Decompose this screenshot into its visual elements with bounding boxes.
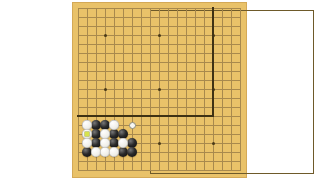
grid-line-horizontal — [78, 26, 241, 27]
grid-line-horizontal — [78, 161, 241, 162]
grid-line-horizontal — [78, 44, 241, 45]
grid-line-horizontal — [78, 17, 241, 18]
star-point — [158, 88, 161, 91]
grid-line-horizontal — [78, 107, 241, 108]
star-point — [212, 142, 215, 145]
grid-line-vertical — [240, 8, 241, 171]
circle-point-marker — [129, 122, 136, 129]
last-move-square-marker — [85, 132, 89, 136]
grid-line-vertical — [141, 8, 142, 171]
grid-line-vertical — [177, 8, 178, 171]
grid-line-vertical — [222, 8, 223, 171]
grid-line-vertical — [150, 8, 151, 171]
problem-region-boundary-vertical — [212, 7, 214, 117]
grid-line-vertical — [168, 8, 169, 171]
grid-line-horizontal — [78, 53, 241, 54]
grid-line-vertical — [186, 8, 187, 171]
problem-region-boundary-horizontal — [77, 115, 214, 117]
grid-line-horizontal — [78, 62, 241, 63]
star-point — [158, 34, 161, 37]
white-stone — [118, 138, 128, 148]
grid-line-horizontal — [78, 98, 241, 99]
star-point — [104, 88, 107, 91]
page-background — [0, 0, 320, 180]
black-stone — [127, 147, 137, 157]
grid-line-horizontal — [78, 170, 241, 171]
grid-line-horizontal — [78, 80, 241, 81]
star-point — [158, 142, 161, 145]
star-point — [104, 34, 107, 37]
white-stone — [109, 147, 119, 157]
grid-line-vertical — [78, 8, 79, 171]
grid-line-vertical — [231, 8, 232, 171]
grid-line-vertical — [195, 8, 196, 171]
grid-line-horizontal — [78, 71, 241, 72]
white-stone — [109, 120, 119, 130]
white-stone — [82, 138, 92, 148]
grid-line-vertical — [204, 8, 205, 171]
grid-line-horizontal — [78, 8, 241, 9]
